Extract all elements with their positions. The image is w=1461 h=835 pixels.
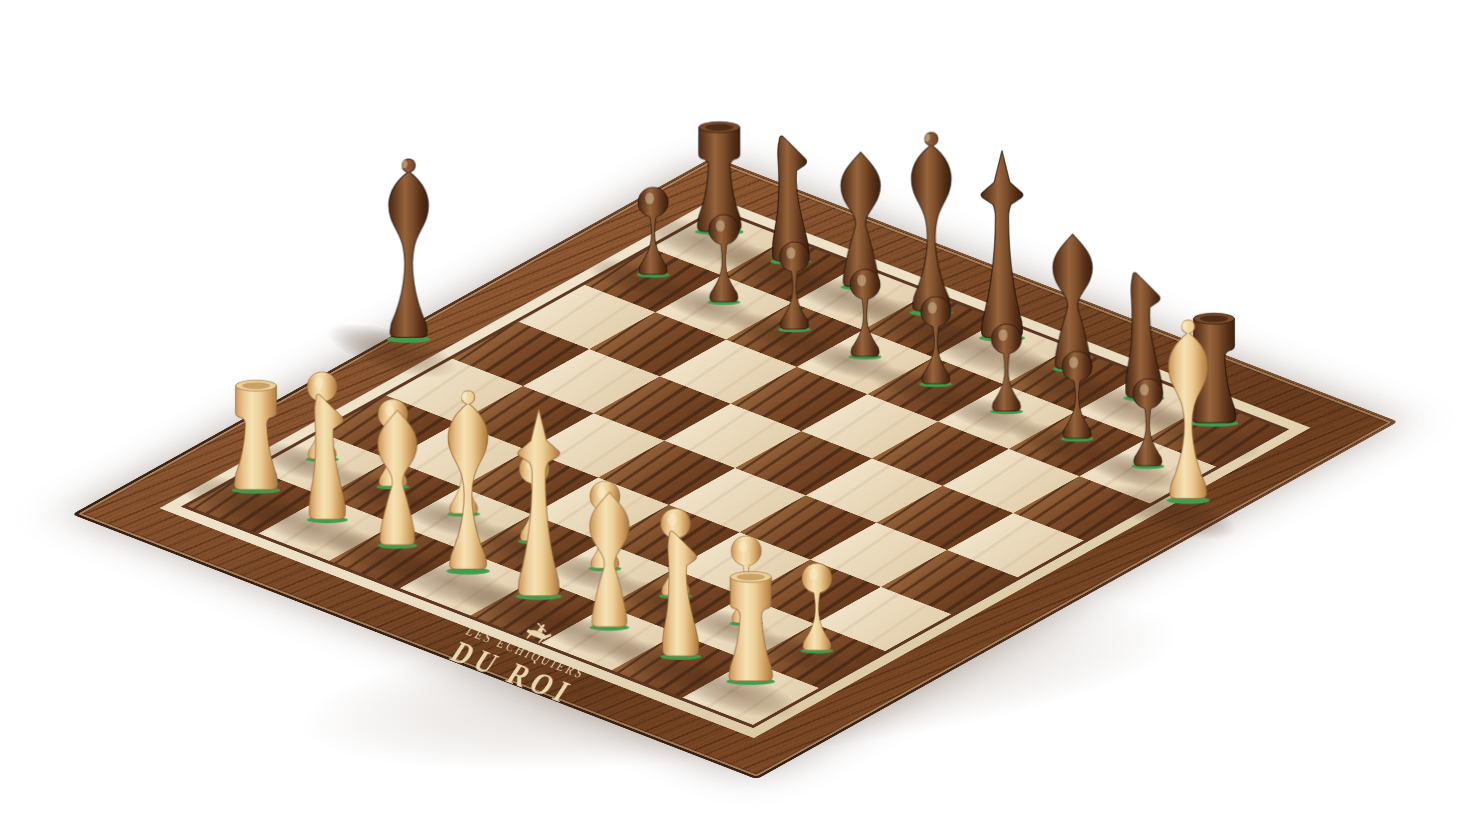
knight-rider-logo-icon: [519, 618, 560, 648]
product-photo-stage: LES ÉCHIQUIERS DU ROI: [0, 0, 1461, 835]
